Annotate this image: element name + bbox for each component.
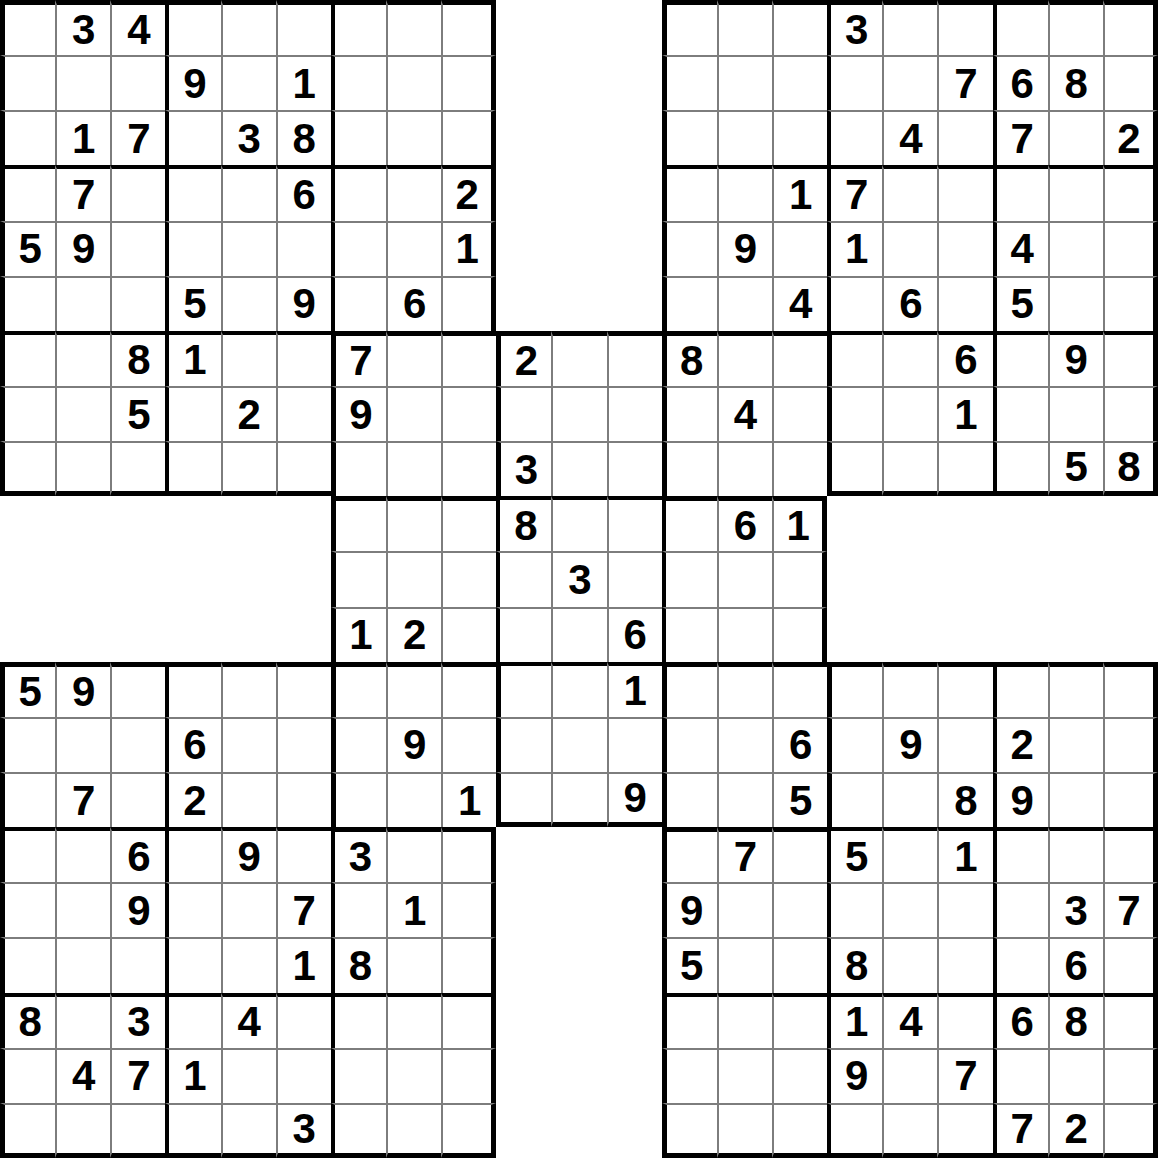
cell-r13c10[interactable]: [496, 662, 551, 717]
cell-r18c2[interactable]: [55, 937, 110, 992]
cell-r7c8[interactable]: [386, 331, 441, 386]
cell-r3c5[interactable]: 3: [221, 110, 276, 165]
cell-r6c20[interactable]: [1048, 276, 1103, 331]
cell-r2c13[interactable]: [662, 55, 717, 110]
cell-r13c21[interactable]: [1103, 662, 1158, 717]
cell-r17c3[interactable]: 9: [110, 882, 165, 937]
cell-r5c9[interactable]: 1: [441, 221, 496, 276]
cell-r15c4[interactable]: 2: [165, 772, 220, 827]
cell-r5c15[interactable]: [772, 221, 827, 276]
cell-r13c13[interactable]: [662, 662, 717, 717]
cell-r18c13[interactable]: 5: [662, 937, 717, 992]
cell-r20c19[interactable]: [993, 1048, 1048, 1103]
cell-r14c4[interactable]: 6: [165, 717, 220, 772]
cell-r19c6[interactable]: [276, 993, 331, 1048]
cell-r14c13[interactable]: [662, 717, 717, 772]
cell-r16c1[interactable]: [0, 827, 55, 882]
cell-r5c20[interactable]: [1048, 221, 1103, 276]
cell-r20c16[interactable]: 9: [827, 1048, 882, 1103]
cell-r2c6[interactable]: 1: [276, 55, 331, 110]
cell-r6c4[interactable]: 5: [165, 276, 220, 331]
cell-r3c9[interactable]: [441, 110, 496, 165]
cell-r3c1[interactable]: [0, 110, 55, 165]
cell-r17c19[interactable]: [993, 882, 1048, 937]
cell-r17c6[interactable]: 7: [276, 882, 331, 937]
cell-r4c5[interactable]: [221, 165, 276, 220]
cell-r13c8[interactable]: [386, 662, 441, 717]
cell-r7c7[interactable]: 7: [331, 331, 386, 386]
cell-r9c16[interactable]: [827, 441, 882, 496]
cell-r9c17[interactable]: [882, 441, 937, 496]
cell-r20c17[interactable]: [882, 1048, 937, 1103]
cell-r19c21[interactable]: [1103, 993, 1158, 1048]
cell-r14c8[interactable]: 9: [386, 717, 441, 772]
cell-r15c21[interactable]: [1103, 772, 1158, 827]
cell-r20c7[interactable]: [331, 1048, 386, 1103]
cell-r16c18[interactable]: 1: [937, 827, 992, 882]
cell-r1c21[interactable]: [1103, 0, 1158, 55]
cell-r10c13[interactable]: [662, 496, 717, 551]
cell-r2c3[interactable]: [110, 55, 165, 110]
cell-r1c1[interactable]: [0, 0, 55, 55]
cell-r7c15[interactable]: [772, 331, 827, 386]
cell-r15c18[interactable]: 8: [937, 772, 992, 827]
cell-r9c1[interactable]: [0, 441, 55, 496]
cell-r15c20[interactable]: [1048, 772, 1103, 827]
cell-r21c18[interactable]: [937, 1103, 992, 1158]
cell-r2c2[interactable]: [55, 55, 110, 110]
cell-r1c8[interactable]: [386, 0, 441, 55]
cell-r2c5[interactable]: [221, 55, 276, 110]
cell-r2c1[interactable]: [0, 55, 55, 110]
cell-r12c15[interactable]: [772, 607, 827, 662]
cell-r9c20[interactable]: 5: [1048, 441, 1103, 496]
cell-r13c18[interactable]: [937, 662, 992, 717]
cell-r4c19[interactable]: [993, 165, 1048, 220]
cell-r21c9[interactable]: [441, 1103, 496, 1158]
cell-r11c14[interactable]: [717, 551, 772, 606]
cell-r7c9[interactable]: [441, 331, 496, 386]
cell-r4c17[interactable]: [882, 165, 937, 220]
cell-r19c16[interactable]: 1: [827, 993, 882, 1048]
cell-r19c2[interactable]: [55, 993, 110, 1048]
cell-r2c8[interactable]: [386, 55, 441, 110]
cell-r7c3[interactable]: 8: [110, 331, 165, 386]
cell-r10c7[interactable]: [331, 496, 386, 551]
cell-r1c3[interactable]: 4: [110, 0, 165, 55]
cell-r18c16[interactable]: 8: [827, 937, 882, 992]
cell-r21c20[interactable]: 2: [1048, 1103, 1103, 1158]
cell-r8c17[interactable]: [882, 386, 937, 441]
cell-r7c19[interactable]: [993, 331, 1048, 386]
cell-r13c12[interactable]: 1: [607, 662, 662, 717]
cell-r6c9[interactable]: [441, 276, 496, 331]
cell-r14c17[interactable]: 9: [882, 717, 937, 772]
cell-r13c17[interactable]: [882, 662, 937, 717]
cell-r16c20[interactable]: [1048, 827, 1103, 882]
cell-r5c18[interactable]: [937, 221, 992, 276]
cell-r19c18[interactable]: [937, 993, 992, 1048]
cell-r8c3[interactable]: 5: [110, 386, 165, 441]
cell-r21c6[interactable]: 3: [276, 1103, 331, 1158]
cell-r4c9[interactable]: 2: [441, 165, 496, 220]
cell-r4c13[interactable]: [662, 165, 717, 220]
cell-r20c4[interactable]: 1: [165, 1048, 220, 1103]
cell-r20c9[interactable]: [441, 1048, 496, 1103]
cell-r17c15[interactable]: [772, 882, 827, 937]
cell-r8c5[interactable]: 2: [221, 386, 276, 441]
cell-r19c15[interactable]: [772, 993, 827, 1048]
cell-r2c18[interactable]: 7: [937, 55, 992, 110]
cell-r16c8[interactable]: [386, 827, 441, 882]
cell-r7c21[interactable]: [1103, 331, 1158, 386]
cell-r5c2[interactable]: 9: [55, 221, 110, 276]
cell-r21c2[interactable]: [55, 1103, 110, 1158]
cell-r17c21[interactable]: 7: [1103, 882, 1158, 937]
cell-r10c15[interactable]: 1: [772, 496, 827, 551]
cell-r2c9[interactable]: [441, 55, 496, 110]
cell-r9c12[interactable]: [607, 441, 662, 496]
cell-r18c14[interactable]: [717, 937, 772, 992]
cell-r15c11[interactable]: [551, 772, 606, 827]
cell-r11c15[interactable]: [772, 551, 827, 606]
cell-r21c15[interactable]: [772, 1103, 827, 1158]
cell-r5c21[interactable]: [1103, 221, 1158, 276]
cell-r17c1[interactable]: [0, 882, 55, 937]
cell-r9c5[interactable]: [221, 441, 276, 496]
cell-r18c6[interactable]: 1: [276, 937, 331, 992]
cell-r14c14[interactable]: [717, 717, 772, 772]
cell-r14c10[interactable]: [496, 717, 551, 772]
cell-r14c16[interactable]: [827, 717, 882, 772]
cell-r1c14[interactable]: [717, 0, 772, 55]
cell-r17c2[interactable]: [55, 882, 110, 937]
cell-r9c15[interactable]: [772, 441, 827, 496]
cell-r21c3[interactable]: [110, 1103, 165, 1158]
cell-r20c6[interactable]: [276, 1048, 331, 1103]
cell-r5c19[interactable]: 4: [993, 221, 1048, 276]
cell-r3c21[interactable]: 2: [1103, 110, 1158, 165]
cell-r4c14[interactable]: [717, 165, 772, 220]
cell-r8c15[interactable]: [772, 386, 827, 441]
cell-r2c19[interactable]: 6: [993, 55, 1048, 110]
cell-r8c20[interactable]: [1048, 386, 1103, 441]
cell-r20c20[interactable]: [1048, 1048, 1103, 1103]
cell-r14c1[interactable]: [0, 717, 55, 772]
cell-r14c18[interactable]: [937, 717, 992, 772]
cell-r6c8[interactable]: 6: [386, 276, 441, 331]
cell-r7c10[interactable]: 2: [496, 331, 551, 386]
cell-r18c9[interactable]: [441, 937, 496, 992]
cell-r8c13[interactable]: [662, 386, 717, 441]
cell-r1c15[interactable]: [772, 0, 827, 55]
cell-r8c6[interactable]: [276, 386, 331, 441]
cell-r8c10[interactable]: [496, 386, 551, 441]
cell-r1c4[interactable]: [165, 0, 220, 55]
cell-r4c2[interactable]: 7: [55, 165, 110, 220]
cell-r15c8[interactable]: [386, 772, 441, 827]
cell-r15c15[interactable]: 5: [772, 772, 827, 827]
cell-r21c8[interactable]: [386, 1103, 441, 1158]
cell-r6c1[interactable]: [0, 276, 55, 331]
cell-r7c2[interactable]: [55, 331, 110, 386]
cell-r9c8[interactable]: [386, 441, 441, 496]
cell-r16c6[interactable]: [276, 827, 331, 882]
cell-r15c16[interactable]: [827, 772, 882, 827]
cell-r15c10[interactable]: [496, 772, 551, 827]
cell-r18c1[interactable]: [0, 937, 55, 992]
cell-r3c4[interactable]: [165, 110, 220, 165]
cell-r20c21[interactable]: [1103, 1048, 1158, 1103]
cell-r15c5[interactable]: [221, 772, 276, 827]
cell-r7c14[interactable]: [717, 331, 772, 386]
cell-r18c4[interactable]: [165, 937, 220, 992]
cell-r19c1[interactable]: 8: [0, 993, 55, 1048]
cell-r14c11[interactable]: [551, 717, 606, 772]
cell-r6c18[interactable]: [937, 276, 992, 331]
cell-r5c1[interactable]: 5: [0, 221, 55, 276]
cell-r4c3[interactable]: [110, 165, 165, 220]
cell-r1c19[interactable]: [993, 0, 1048, 55]
cell-r4c1[interactable]: [0, 165, 55, 220]
cell-r4c21[interactable]: [1103, 165, 1158, 220]
cell-r7c13[interactable]: 8: [662, 331, 717, 386]
cell-r13c9[interactable]: [441, 662, 496, 717]
cell-r1c2[interactable]: 3: [55, 0, 110, 55]
cell-r5c6[interactable]: [276, 221, 331, 276]
cell-r7c1[interactable]: [0, 331, 55, 386]
cell-r21c13[interactable]: [662, 1103, 717, 1158]
cell-r17c7[interactable]: [331, 882, 386, 937]
cell-r14c9[interactable]: [441, 717, 496, 772]
cell-r2c20[interactable]: 8: [1048, 55, 1103, 110]
cell-r2c21[interactable]: [1103, 55, 1158, 110]
cell-r19c8[interactable]: [386, 993, 441, 1048]
cell-r14c21[interactable]: [1103, 717, 1158, 772]
cell-r16c13[interactable]: [662, 827, 717, 882]
cell-r1c6[interactable]: [276, 0, 331, 55]
cell-r5c7[interactable]: [331, 221, 386, 276]
cell-r4c6[interactable]: 6: [276, 165, 331, 220]
cell-r2c17[interactable]: [882, 55, 937, 110]
cell-r3c13[interactable]: [662, 110, 717, 165]
cell-r18c20[interactable]: 6: [1048, 937, 1103, 992]
cell-r13c6[interactable]: [276, 662, 331, 717]
cell-r8c11[interactable]: [551, 386, 606, 441]
cell-r20c18[interactable]: 7: [937, 1048, 992, 1103]
cell-r11c13[interactable]: [662, 551, 717, 606]
cell-r13c7[interactable]: [331, 662, 386, 717]
cell-r15c13[interactable]: [662, 772, 717, 827]
cell-r13c11[interactable]: [551, 662, 606, 717]
cell-r15c17[interactable]: [882, 772, 937, 827]
cell-r5c17[interactable]: [882, 221, 937, 276]
cell-r21c16[interactable]: [827, 1103, 882, 1158]
cell-r21c17[interactable]: [882, 1103, 937, 1158]
cell-r6c2[interactable]: [55, 276, 110, 331]
cell-r17c13[interactable]: 9: [662, 882, 717, 937]
cell-r9c3[interactable]: [110, 441, 165, 496]
cell-r16c19[interactable]: [993, 827, 1048, 882]
cell-r8c9[interactable]: [441, 386, 496, 441]
cell-r13c20[interactable]: [1048, 662, 1103, 717]
cell-r2c7[interactable]: [331, 55, 386, 110]
cell-r12c14[interactable]: [717, 607, 772, 662]
cell-r13c1[interactable]: 5: [0, 662, 55, 717]
cell-r1c20[interactable]: [1048, 0, 1103, 55]
cell-r12c11[interactable]: [551, 607, 606, 662]
cell-r8c1[interactable]: [0, 386, 55, 441]
cell-r12c7[interactable]: 1: [331, 607, 386, 662]
cell-r2c14[interactable]: [717, 55, 772, 110]
cell-r9c21[interactable]: 8: [1103, 441, 1158, 496]
cell-r12c8[interactable]: 2: [386, 607, 441, 662]
cell-r19c17[interactable]: 4: [882, 993, 937, 1048]
cell-r16c14[interactable]: 7: [717, 827, 772, 882]
cell-r9c11[interactable]: [551, 441, 606, 496]
cell-r19c14[interactable]: [717, 993, 772, 1048]
cell-r6c13[interactable]: [662, 276, 717, 331]
cell-r17c20[interactable]: 3: [1048, 882, 1103, 937]
cell-r14c7[interactable]: [331, 717, 386, 772]
cell-r11c9[interactable]: [441, 551, 496, 606]
cell-r5c8[interactable]: [386, 221, 441, 276]
cell-r19c19[interactable]: 6: [993, 993, 1048, 1048]
cell-r4c18[interactable]: [937, 165, 992, 220]
cell-r11c8[interactable]: [386, 551, 441, 606]
cell-r7c18[interactable]: 6: [937, 331, 992, 386]
cell-r8c14[interactable]: 4: [717, 386, 772, 441]
cell-r16c7[interactable]: 3: [331, 827, 386, 882]
cell-r8c18[interactable]: 1: [937, 386, 992, 441]
cell-r12c12[interactable]: 6: [607, 607, 662, 662]
cell-r14c15[interactable]: 6: [772, 717, 827, 772]
cell-r1c17[interactable]: [882, 0, 937, 55]
cell-r3c7[interactable]: [331, 110, 386, 165]
cell-r1c7[interactable]: [331, 0, 386, 55]
cell-r10c12[interactable]: [607, 496, 662, 551]
cell-r18c3[interactable]: [110, 937, 165, 992]
cell-r4c20[interactable]: [1048, 165, 1103, 220]
cell-r19c4[interactable]: [165, 993, 220, 1048]
cell-r14c12[interactable]: [607, 717, 662, 772]
cell-r5c5[interactable]: [221, 221, 276, 276]
cell-r1c16[interactable]: 3: [827, 0, 882, 55]
cell-r12c10[interactable]: [496, 607, 551, 662]
cell-r1c13[interactable]: [662, 0, 717, 55]
cell-r17c17[interactable]: [882, 882, 937, 937]
cell-r16c17[interactable]: [882, 827, 937, 882]
cell-r10c14[interactable]: 6: [717, 496, 772, 551]
cell-r9c10[interactable]: 3: [496, 441, 551, 496]
cell-r1c18[interactable]: [937, 0, 992, 55]
cell-r5c16[interactable]: 1: [827, 221, 882, 276]
cell-r3c16[interactable]: [827, 110, 882, 165]
cell-r4c15[interactable]: 1: [772, 165, 827, 220]
cell-r14c5[interactable]: [221, 717, 276, 772]
cell-r3c20[interactable]: [1048, 110, 1103, 165]
cell-r6c3[interactable]: [110, 276, 165, 331]
cell-r10c9[interactable]: [441, 496, 496, 551]
cell-r6c21[interactable]: [1103, 276, 1158, 331]
cell-r8c8[interactable]: [386, 386, 441, 441]
cell-r3c19[interactable]: 7: [993, 110, 1048, 165]
cell-r16c16[interactable]: 5: [827, 827, 882, 882]
cell-r4c16[interactable]: 7: [827, 165, 882, 220]
cell-r16c2[interactable]: [55, 827, 110, 882]
cell-r19c13[interactable]: [662, 993, 717, 1048]
cell-r14c19[interactable]: 2: [993, 717, 1048, 772]
cell-r21c7[interactable]: [331, 1103, 386, 1158]
cell-r17c16[interactable]: [827, 882, 882, 937]
cell-r14c20[interactable]: [1048, 717, 1103, 772]
cell-r4c4[interactable]: [165, 165, 220, 220]
cell-r8c19[interactable]: [993, 386, 1048, 441]
cell-r16c4[interactable]: [165, 827, 220, 882]
cell-r13c2[interactable]: 9: [55, 662, 110, 717]
cell-r11c10[interactable]: [496, 551, 551, 606]
cell-r6c7[interactable]: [331, 276, 386, 331]
cell-r3c15[interactable]: [772, 110, 827, 165]
cell-r16c9[interactable]: [441, 827, 496, 882]
cell-r21c19[interactable]: 7: [993, 1103, 1048, 1158]
cell-r8c12[interactable]: [607, 386, 662, 441]
cell-r18c21[interactable]: [1103, 937, 1158, 992]
cell-r2c4[interactable]: 9: [165, 55, 220, 110]
cell-r20c15[interactable]: [772, 1048, 827, 1103]
cell-r11c11[interactable]: 3: [551, 551, 606, 606]
cell-r15c9[interactable]: 1: [441, 772, 496, 827]
cell-r4c7[interactable]: [331, 165, 386, 220]
cell-r21c4[interactable]: [165, 1103, 220, 1158]
cell-r2c15[interactable]: [772, 55, 827, 110]
cell-r20c1[interactable]: [0, 1048, 55, 1103]
cell-r8c21[interactable]: [1103, 386, 1158, 441]
cell-r13c16[interactable]: [827, 662, 882, 717]
cell-r15c3[interactable]: [110, 772, 165, 827]
cell-r6c14[interactable]: [717, 276, 772, 331]
cell-r6c17[interactable]: 6: [882, 276, 937, 331]
cell-r19c3[interactable]: 3: [110, 993, 165, 1048]
cell-r10c8[interactable]: [386, 496, 441, 551]
cell-r3c8[interactable]: [386, 110, 441, 165]
cell-r19c9[interactable]: [441, 993, 496, 1048]
cell-r18c8[interactable]: [386, 937, 441, 992]
cell-r5c4[interactable]: [165, 221, 220, 276]
cell-r18c19[interactable]: [993, 937, 1048, 992]
cell-r2c16[interactable]: [827, 55, 882, 110]
cell-r6c5[interactable]: [221, 276, 276, 331]
cell-r7c11[interactable]: [551, 331, 606, 386]
cell-r11c7[interactable]: [331, 551, 386, 606]
cell-r20c8[interactable]: [386, 1048, 441, 1103]
cell-r6c16[interactable]: [827, 276, 882, 331]
cell-r16c15[interactable]: [772, 827, 827, 882]
cell-r3c3[interactable]: 7: [110, 110, 165, 165]
cell-r17c18[interactable]: [937, 882, 992, 937]
cell-r6c15[interactable]: 4: [772, 276, 827, 331]
cell-r8c2[interactable]: [55, 386, 110, 441]
cell-r1c5[interactable]: [221, 0, 276, 55]
cell-r21c1[interactable]: [0, 1103, 55, 1158]
cell-r15c7[interactable]: [331, 772, 386, 827]
cell-r19c5[interactable]: 4: [221, 993, 276, 1048]
cell-r17c14[interactable]: [717, 882, 772, 937]
cell-r7c4[interactable]: 1: [165, 331, 220, 386]
cell-r5c14[interactable]: 9: [717, 221, 772, 276]
cell-r15c19[interactable]: 9: [993, 772, 1048, 827]
cell-r15c14[interactable]: [717, 772, 772, 827]
